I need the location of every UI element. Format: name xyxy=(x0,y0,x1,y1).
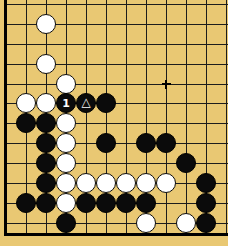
move-number-label: 1 xyxy=(62,97,70,108)
white-stone xyxy=(136,173,156,193)
black-stone xyxy=(136,133,156,153)
black-stone xyxy=(36,113,56,133)
white-stone xyxy=(116,173,136,193)
black-stone xyxy=(156,133,176,153)
board-bottom-edge xyxy=(4,233,228,236)
go-board: 1△ xyxy=(0,0,228,246)
white-stone xyxy=(36,54,56,74)
black-stone xyxy=(116,193,136,213)
grid-vline xyxy=(226,0,227,236)
black-stone xyxy=(56,213,76,233)
white-stone xyxy=(176,213,196,233)
white-stone xyxy=(56,173,76,193)
grid-vline xyxy=(186,0,187,236)
black-stone xyxy=(36,153,56,173)
white-stone xyxy=(56,153,76,173)
triangle-mark: △ xyxy=(81,96,90,108)
grid-vline xyxy=(166,0,167,236)
white-stone xyxy=(156,173,176,193)
black-stone xyxy=(96,133,116,153)
black-stone xyxy=(196,193,216,213)
white-stone xyxy=(56,74,76,94)
grid-hline xyxy=(5,4,228,5)
black-stone xyxy=(96,93,116,113)
white-stone xyxy=(56,113,76,133)
black-stone xyxy=(16,113,36,133)
white-stone xyxy=(76,173,96,193)
black-stone xyxy=(196,173,216,193)
black-stone xyxy=(76,193,96,213)
white-stone xyxy=(36,93,56,113)
black-stone xyxy=(36,133,56,153)
white-stone xyxy=(56,133,76,153)
black-stone xyxy=(196,213,216,233)
grid-hline xyxy=(5,44,228,45)
white-stone xyxy=(96,173,116,193)
grid-hline xyxy=(5,84,228,85)
white-stone xyxy=(36,14,56,34)
black-stone xyxy=(176,153,196,173)
white-stone xyxy=(136,213,156,233)
black-stone xyxy=(16,193,36,213)
star-point xyxy=(165,80,167,89)
white-stone xyxy=(16,93,36,113)
black-stone xyxy=(36,193,56,213)
triangle-marked-stone: △ xyxy=(76,93,96,113)
move-1-stone: 1 xyxy=(56,93,76,113)
black-stone xyxy=(36,173,56,193)
board-left-edge xyxy=(4,0,7,236)
black-stone xyxy=(136,193,156,213)
black-stone xyxy=(96,193,116,213)
white-stone xyxy=(56,193,76,213)
